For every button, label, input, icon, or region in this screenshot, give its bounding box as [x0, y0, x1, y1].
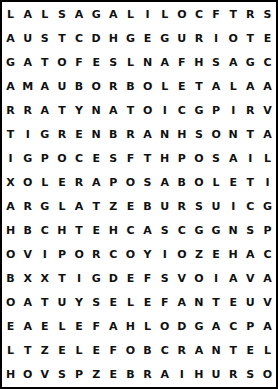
grid-cell-r14c10[interactable]: O: [156, 315, 173, 339]
grid-cell-r3c2[interactable]: A: [19, 50, 36, 74]
grid-cell-r3c15[interactable]: G: [242, 50, 259, 74]
grid-cell-r6c8[interactable]: R: [122, 122, 139, 146]
grid-cell-r14c5[interactable]: E: [71, 315, 88, 339]
grid-cell-r3c14[interactable]: A: [225, 50, 242, 74]
grid-cell-r12c13[interactable]: I: [208, 267, 225, 291]
grid-cell-r8c14[interactable]: E: [225, 170, 242, 194]
grid-cell-r8c6[interactable]: A: [88, 170, 105, 194]
grid-cell-r3c7[interactable]: S: [105, 50, 122, 74]
grid-cell-r4c4[interactable]: U: [53, 74, 70, 98]
grid-cell-r10c7[interactable]: H: [105, 219, 122, 243]
grid-cell-r5c13[interactable]: P: [208, 98, 225, 122]
grid-cell-r4c12[interactable]: T: [190, 74, 207, 98]
grid-cell-r14c4[interactable]: L: [53, 315, 70, 339]
grid-cell-r7c4[interactable]: O: [53, 146, 70, 170]
grid-cell-r13c8[interactable]: L: [122, 291, 139, 315]
grid-cell-r10c4[interactable]: H: [53, 219, 70, 243]
grid-cell-r10c5[interactable]: T: [71, 219, 88, 243]
grid-cell-r5c5[interactable]: Y: [71, 98, 88, 122]
grid-cell-r2c14[interactable]: O: [225, 26, 242, 50]
grid-cell-r14c6[interactable]: F: [88, 315, 105, 339]
grid-cell-r14c1[interactable]: E: [2, 315, 19, 339]
grid-cell-r16c7[interactable]: E: [105, 363, 122, 387]
grid-cell-r16c16[interactable]: O: [259, 363, 276, 387]
grid-cell-r10c14[interactable]: N: [225, 219, 242, 243]
grid-cell-r7c15[interactable]: I: [242, 146, 259, 170]
grid-cell-r4c3[interactable]: A: [36, 74, 53, 98]
grid-cell-r5c6[interactable]: N: [88, 98, 105, 122]
grid-cell-r15c15[interactable]: E: [242, 339, 259, 363]
grid-cell-r13c2[interactable]: A: [19, 291, 36, 315]
grid-cell-r6c1[interactable]: T: [2, 122, 19, 146]
grid-cell-r8c2[interactable]: O: [19, 170, 36, 194]
grid-cell-r14c15[interactable]: P: [242, 315, 259, 339]
grid-cell-r10c12[interactable]: G: [190, 219, 207, 243]
grid-cell-r1c10[interactable]: L: [156, 2, 173, 26]
grid-cell-r9c13[interactable]: U: [208, 195, 225, 219]
grid-cell-r10c8[interactable]: C: [122, 219, 139, 243]
grid-cell-r1c7[interactable]: A: [105, 2, 122, 26]
grid-cell-r5c7[interactable]: A: [105, 98, 122, 122]
grid-cell-r10c6[interactable]: E: [88, 219, 105, 243]
grid-cell-r8c1[interactable]: X: [2, 170, 19, 194]
grid-cell-r16c9[interactable]: R: [139, 363, 156, 387]
grid-cell-r4c9[interactable]: O: [139, 74, 156, 98]
grid-cell-r10c11[interactable]: C: [173, 219, 190, 243]
grid-cell-r10c1[interactable]: H: [2, 219, 19, 243]
grid-cell-r3c4[interactable]: O: [53, 50, 70, 74]
grid-cell-r8c13[interactable]: L: [208, 170, 225, 194]
grid-cell-r6c10[interactable]: N: [156, 122, 173, 146]
grid-cell-r8c16[interactable]: I: [259, 170, 276, 194]
grid-cell-r15c3[interactable]: Z: [36, 339, 53, 363]
grid-cell-r3c8[interactable]: L: [122, 50, 139, 74]
grid-cell-r6c3[interactable]: G: [36, 122, 53, 146]
grid-cell-r6c11[interactable]: H: [173, 122, 190, 146]
grid-cell-r11c8[interactable]: O: [122, 243, 139, 267]
grid-cell-r15c9[interactable]: B: [139, 339, 156, 363]
grid-cell-r16c1[interactable]: H: [2, 363, 19, 387]
grid-cell-r10c10[interactable]: S: [156, 219, 173, 243]
grid-cell-r10c15[interactable]: S: [242, 219, 259, 243]
grid-cell-r3c10[interactable]: A: [156, 50, 173, 74]
grid-cell-r1c6[interactable]: G: [88, 2, 105, 26]
grid-cell-r15c1[interactable]: L: [2, 339, 19, 363]
grid-cell-r15c12[interactable]: A: [190, 339, 207, 363]
grid-cell-r9c9[interactable]: B: [139, 195, 156, 219]
grid-cell-r16c11[interactable]: I: [173, 363, 190, 387]
grid-cell-r16c5[interactable]: P: [71, 363, 88, 387]
grid-cell-r12c12[interactable]: O: [190, 267, 207, 291]
grid-cell-r7c9[interactable]: T: [139, 146, 156, 170]
grid-cell-r8c9[interactable]: S: [139, 170, 156, 194]
grid-cell-r11c3[interactable]: I: [36, 243, 53, 267]
grid-cell-r6c6[interactable]: N: [88, 122, 105, 146]
grid-cell-r14c3[interactable]: E: [36, 315, 53, 339]
grid-cell-r4c7[interactable]: R: [105, 74, 122, 98]
grid-cell-r14c13[interactable]: A: [208, 315, 225, 339]
grid-cell-r16c6[interactable]: Z: [88, 363, 105, 387]
grid-cell-r15c6[interactable]: E: [88, 339, 105, 363]
grid-cell-r12c9[interactable]: F: [139, 267, 156, 291]
grid-cell-r11c6[interactable]: R: [88, 243, 105, 267]
grid-cell-r14c9[interactable]: L: [139, 315, 156, 339]
grid-cell-r6c4[interactable]: R: [53, 122, 70, 146]
grid-cell-r2c11[interactable]: U: [173, 26, 190, 50]
grid-cell-r7c10[interactable]: H: [156, 146, 173, 170]
grid-cell-r12c5[interactable]: I: [71, 267, 88, 291]
grid-cell-r14c12[interactable]: G: [190, 315, 207, 339]
grid-cell-r8c15[interactable]: T: [242, 170, 259, 194]
grid-cell-r4c11[interactable]: E: [173, 74, 190, 98]
grid-cell-r15c5[interactable]: L: [71, 339, 88, 363]
grid-cell-r16c4[interactable]: S: [53, 363, 70, 387]
grid-cell-r11c16[interactable]: C: [259, 243, 276, 267]
grid-cell-r11c10[interactable]: I: [156, 243, 173, 267]
grid-cell-r2c12[interactable]: R: [190, 26, 207, 50]
grid-cell-r6c16[interactable]: A: [259, 122, 276, 146]
grid-cell-r3c3[interactable]: T: [36, 50, 53, 74]
grid-cell-r9c11[interactable]: R: [173, 195, 190, 219]
grid-cell-r1c12[interactable]: C: [190, 2, 207, 26]
grid-cell-r3c1[interactable]: G: [2, 50, 19, 74]
grid-cell-r2c6[interactable]: D: [88, 26, 105, 50]
grid-cell-r8c5[interactable]: R: [71, 170, 88, 194]
grid-cell-r4c6[interactable]: O: [88, 74, 105, 98]
grid-cell-r13c9[interactable]: E: [139, 291, 156, 315]
grid-cell-r2c1[interactable]: A: [2, 26, 19, 50]
grid-cell-r6c15[interactable]: T: [242, 122, 259, 146]
grid-cell-r14c8[interactable]: H: [122, 315, 139, 339]
grid-cell-r3c12[interactable]: H: [190, 50, 207, 74]
grid-cell-r9c15[interactable]: C: [242, 195, 259, 219]
grid-cell-r2c7[interactable]: H: [105, 26, 122, 50]
grid-cell-r7c7[interactable]: S: [105, 146, 122, 170]
grid-cell-r9c10[interactable]: U: [156, 195, 173, 219]
grid-cell-r16c10[interactable]: A: [156, 363, 173, 387]
grid-cell-r5c14[interactable]: I: [225, 98, 242, 122]
grid-cell-r6c9[interactable]: A: [139, 122, 156, 146]
grid-cell-r1c8[interactable]: L: [122, 2, 139, 26]
grid-cell-r2c5[interactable]: C: [71, 26, 88, 50]
grid-cell-r13c15[interactable]: U: [242, 291, 259, 315]
grid-cell-r13c1[interactable]: O: [2, 291, 19, 315]
grid-cell-r13c7[interactable]: E: [105, 291, 122, 315]
grid-cell-r11c15[interactable]: A: [242, 243, 259, 267]
grid-cell-r11c12[interactable]: Z: [190, 243, 207, 267]
grid-cell-r13c6[interactable]: S: [88, 291, 105, 315]
grid-cell-r9c5[interactable]: A: [71, 195, 88, 219]
grid-cell-r4c5[interactable]: B: [71, 74, 88, 98]
grid-cell-r10c2[interactable]: B: [19, 219, 36, 243]
grid-cell-r11c1[interactable]: O: [2, 243, 19, 267]
grid-cell-r13c16[interactable]: V: [259, 291, 276, 315]
grid-cell-r4c16[interactable]: A: [259, 74, 276, 98]
grid-cell-r5c9[interactable]: O: [139, 98, 156, 122]
grid-cell-r12c7[interactable]: D: [105, 267, 122, 291]
grid-cell-r15c7[interactable]: F: [105, 339, 122, 363]
grid-cell-r11c11[interactable]: O: [173, 243, 190, 267]
grid-cell-r1c15[interactable]: R: [242, 2, 259, 26]
grid-cell-r4c10[interactable]: L: [156, 74, 173, 98]
grid-cell-r7c3[interactable]: P: [36, 146, 53, 170]
grid-cell-r12c14[interactable]: A: [225, 267, 242, 291]
grid-cell-r7c2[interactable]: G: [19, 146, 36, 170]
grid-cell-r7c16[interactable]: L: [259, 146, 276, 170]
grid-cell-r8c3[interactable]: L: [36, 170, 53, 194]
grid-cell-r6c5[interactable]: E: [71, 122, 88, 146]
grid-cell-r16c8[interactable]: B: [122, 363, 139, 387]
grid-cell-r3c5[interactable]: F: [71, 50, 88, 74]
grid-cell-r7c14[interactable]: A: [225, 146, 242, 170]
grid-cell-r12c8[interactable]: E: [122, 267, 139, 291]
grid-cell-r9c2[interactable]: R: [19, 195, 36, 219]
grid-cell-r13c3[interactable]: T: [36, 291, 53, 315]
grid-cell-r9c8[interactable]: E: [122, 195, 139, 219]
grid-cell-r1c13[interactable]: F: [208, 2, 225, 26]
grid-cell-r15c16[interactable]: L: [259, 339, 276, 363]
grid-cell-r10c9[interactable]: A: [139, 219, 156, 243]
grid-cell-r15c10[interactable]: C: [156, 339, 173, 363]
grid-cell-r15c13[interactable]: N: [208, 339, 225, 363]
grid-cell-r11c4[interactable]: P: [53, 243, 70, 267]
grid-cell-r5c10[interactable]: I: [156, 98, 173, 122]
grid-cell-r11c2[interactable]: V: [19, 243, 36, 267]
grid-cell-r1c14[interactable]: T: [225, 2, 242, 26]
grid-cell-r2c15[interactable]: T: [242, 26, 259, 50]
grid-cell-r11c5[interactable]: O: [71, 243, 88, 267]
grid-cell-r16c12[interactable]: H: [190, 363, 207, 387]
grid-cell-r5c15[interactable]: R: [242, 98, 259, 122]
grid-cell-r14c2[interactable]: A: [19, 315, 36, 339]
grid-cell-r8c7[interactable]: P: [105, 170, 122, 194]
grid-cell-r7c12[interactable]: O: [190, 146, 207, 170]
grid-cell-r12c4[interactable]: T: [53, 267, 70, 291]
grid-cell-r5c3[interactable]: A: [36, 98, 53, 122]
grid-cell-r8c12[interactable]: O: [190, 170, 207, 194]
grid-cell-r13c12[interactable]: N: [190, 291, 207, 315]
grid-cell-r7c5[interactable]: C: [71, 146, 88, 170]
grid-cell-r1c2[interactable]: A: [19, 2, 36, 26]
grid-cell-r12c3[interactable]: X: [36, 267, 53, 291]
grid-cell-r14c14[interactable]: C: [225, 315, 242, 339]
grid-cell-r10c16[interactable]: P: [259, 219, 276, 243]
grid-cell-r16c3[interactable]: V: [36, 363, 53, 387]
grid-cell-r14c7[interactable]: A: [105, 315, 122, 339]
word-search-grid: LALSAGALILOCFTRSAUSTCDHGEGURIOTEGATOFESL…: [0, 0, 278, 389]
grid-cell-r4c8[interactable]: B: [122, 74, 139, 98]
grid-cell-r12c6[interactable]: G: [88, 267, 105, 291]
grid-cell-r8c11[interactable]: B: [173, 170, 190, 194]
grid-cell-r6c12[interactable]: S: [190, 122, 207, 146]
grid-cell-r4c13[interactable]: A: [208, 74, 225, 98]
grid-cell-r2c8[interactable]: G: [122, 26, 139, 50]
grid-cell-r2c4[interactable]: T: [53, 26, 70, 50]
grid-cell-r4c2[interactable]: M: [19, 74, 36, 98]
grid-cell-r9c4[interactable]: L: [53, 195, 70, 219]
grid-cell-r5c2[interactable]: R: [19, 98, 36, 122]
grid-cell-r8c8[interactable]: O: [122, 170, 139, 194]
grid-cell-r2c3[interactable]: S: [36, 26, 53, 50]
grid-cell-r12c11[interactable]: V: [173, 267, 190, 291]
grid-cell-r9c14[interactable]: I: [225, 195, 242, 219]
grid-cell-r13c14[interactable]: E: [225, 291, 242, 315]
grid-cell-r13c13[interactable]: T: [208, 291, 225, 315]
grid-cell-r1c16[interactable]: S: [259, 2, 276, 26]
grid-cell-r2c13[interactable]: I: [208, 26, 225, 50]
grid-cell-r8c4[interactable]: E: [53, 170, 70, 194]
grid-cell-r6c2[interactable]: I: [19, 122, 36, 146]
grid-cell-r1c9[interactable]: I: [139, 2, 156, 26]
grid-cell-r7c13[interactable]: S: [208, 146, 225, 170]
grid-cell-r5c8[interactable]: T: [122, 98, 139, 122]
grid-cell-r15c11[interactable]: R: [173, 339, 190, 363]
grid-cell-r6c13[interactable]: O: [208, 122, 225, 146]
grid-cell-r15c2[interactable]: T: [19, 339, 36, 363]
grid-cell-r4c1[interactable]: A: [2, 74, 19, 98]
grid-cell-r9c12[interactable]: S: [190, 195, 207, 219]
grid-cell-r16c15[interactable]: S: [242, 363, 259, 387]
grid-cell-r1c3[interactable]: L: [36, 2, 53, 26]
grid-cell-r7c1[interactable]: I: [2, 146, 19, 170]
grid-cell-r12c15[interactable]: V: [242, 267, 259, 291]
grid-cell-r4c14[interactable]: L: [225, 74, 242, 98]
grid-cell-r7c6[interactable]: E: [88, 146, 105, 170]
grid-cell-r3c9[interactable]: N: [139, 50, 156, 74]
grid-cell-r9c6[interactable]: T: [88, 195, 105, 219]
grid-cell-r3c11[interactable]: F: [173, 50, 190, 74]
grid-cell-r12c1[interactable]: B: [2, 267, 19, 291]
grid-cell-r8c10[interactable]: A: [156, 170, 173, 194]
grid-cell-r10c3[interactable]: C: [36, 219, 53, 243]
grid-cell-r14c16[interactable]: A: [259, 315, 276, 339]
grid-cell-r12c2[interactable]: X: [19, 267, 36, 291]
grid-cell-r16c14[interactable]: R: [225, 363, 242, 387]
grid-cell-r16c2[interactable]: O: [19, 363, 36, 387]
grid-cell-r9c7[interactable]: Z: [105, 195, 122, 219]
grid-cell-r5c1[interactable]: R: [2, 98, 19, 122]
grid-cell-r3c13[interactable]: S: [208, 50, 225, 74]
grid-cell-r15c8[interactable]: O: [122, 339, 139, 363]
grid-cell-r3c16[interactable]: C: [259, 50, 276, 74]
grid-cell-r13c5[interactable]: Y: [71, 291, 88, 315]
grid-cell-r4c15[interactable]: A: [242, 74, 259, 98]
grid-cell-r6c14[interactable]: N: [225, 122, 242, 146]
grid-cell-r3c6[interactable]: E: [88, 50, 105, 74]
grid-cell-r2c9[interactable]: E: [139, 26, 156, 50]
grid-cell-r13c10[interactable]: F: [156, 291, 173, 315]
grid-cell-r16c13[interactable]: U: [208, 363, 225, 387]
grid-cell-r2c16[interactable]: E: [259, 26, 276, 50]
grid-cell-r11c7[interactable]: C: [105, 243, 122, 267]
grid-cell-r14c11[interactable]: D: [173, 315, 190, 339]
grid-cell-r11c9[interactable]: Y: [139, 243, 156, 267]
grid-cell-r12c10[interactable]: S: [156, 267, 173, 291]
grid-cell-r5c12[interactable]: G: [190, 98, 207, 122]
grid-cell-r7c11[interactable]: P: [173, 146, 190, 170]
grid-cell-r15c14[interactable]: T: [225, 339, 242, 363]
grid-cell-r1c5[interactable]: A: [71, 2, 88, 26]
grid-cell-r6c7[interactable]: B: [105, 122, 122, 146]
grid-cell-r13c4[interactable]: U: [53, 291, 70, 315]
grid-cell-r10c13[interactable]: G: [208, 219, 225, 243]
grid-cell-r5c16[interactable]: V: [259, 98, 276, 122]
grid-cell-r2c2[interactable]: U: [19, 26, 36, 50]
grid-cell-r11c13[interactable]: E: [208, 243, 225, 267]
grid-cell-r1c4[interactable]: S: [53, 2, 70, 26]
grid-cell-r9c1[interactable]: A: [2, 195, 19, 219]
grid-cell-r5c11[interactable]: C: [173, 98, 190, 122]
grid-cell-r1c1[interactable]: L: [2, 2, 19, 26]
grid-cell-r9c16[interactable]: G: [259, 195, 276, 219]
grid-cell-r1c11[interactable]: O: [173, 2, 190, 26]
grid-cell-r11c14[interactable]: H: [225, 243, 242, 267]
grid-cell-r5c4[interactable]: T: [53, 98, 70, 122]
grid-cell-r12c16[interactable]: A: [259, 267, 276, 291]
grid-cell-r13c11[interactable]: A: [173, 291, 190, 315]
grid-cell-r9c3[interactable]: G: [36, 195, 53, 219]
grid-cell-r7c8[interactable]: F: [122, 146, 139, 170]
grid-cell-r15c4[interactable]: E: [53, 339, 70, 363]
grid-cell-r2c10[interactable]: G: [156, 26, 173, 50]
